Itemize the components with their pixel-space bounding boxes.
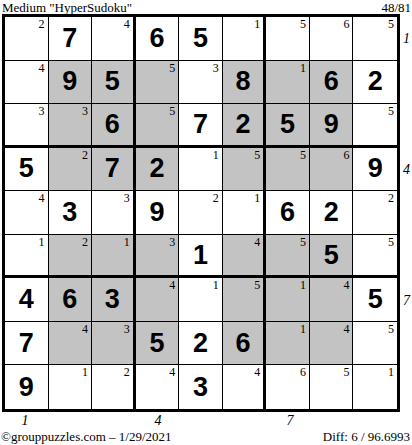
cell-r6c1[interactable]: 1 [5,235,49,279]
pencil-mark: 5 [169,62,175,75]
hypersudoku-page: Medium "HyperSudoku" 48/81 2746515654955… [0,0,412,445]
cell-value: 5 [193,25,208,52]
pencil-mark: 5 [300,236,306,249]
pencil-mark: 1 [213,149,219,162]
column-coordinate-4: 4 [155,413,162,429]
cell-value: 5 [368,286,383,313]
cell-r2c6[interactable]: 8 [223,61,267,105]
cell-r5c9[interactable]: 2 [353,191,397,235]
cell-r8c4[interactable]: 5 [136,322,180,366]
cell-r3c1[interactable]: 3 [5,104,49,148]
cell-value: 6 [62,286,77,313]
cell-r5c3[interactable]: 3 [92,191,136,235]
cell-value: 9 [368,155,383,182]
sudoku-board: 2746515654955381623365725955272155694339… [2,14,400,412]
cell-r5c6[interactable]: 1 [223,191,267,235]
cell-r4c1[interactable]: 5 [5,148,49,192]
pencil-mark: 4 [169,279,175,292]
cell-r5c5[interactable]: 2 [179,191,223,235]
cell-value: 7 [105,155,120,182]
cell-value: 6 [236,330,251,357]
pencil-mark: 4 [343,323,349,336]
pencil-mark: 4 [254,366,260,379]
cell-r2c2[interactable]: 9 [49,61,93,105]
row-coordinate-4: 4 [403,162,410,178]
cell-r1c7[interactable]: 5 [266,17,310,61]
cell-value: 5 [280,111,295,138]
cell-r8c8[interactable]: 4 [310,322,354,366]
pencil-mark: 4 [124,18,130,31]
cell-value: 3 [62,199,77,226]
cell-r2c1[interactable]: 4 [5,61,49,105]
cell-value: 6 [324,68,339,95]
cell-r7c9[interactable]: 5 [353,278,397,322]
cell-r2c4[interactable]: 5 [136,61,180,105]
copyright-date: ©grouppuzzles.com – 1/29/2021 [1,429,172,445]
cell-r7c7[interactable]: 1 [266,278,310,322]
cell-r6c5[interactable]: 1 [179,235,223,279]
cell-value: 5 [324,242,339,269]
cell-r6c3[interactable]: 1 [92,235,136,279]
pencil-mark: 5 [388,105,394,118]
pencil-mark: 3 [82,105,88,118]
cell-r8c5[interactable]: 2 [179,322,223,366]
cell-value: 6 [105,111,120,138]
pencil-mark: 1 [39,236,45,249]
pencil-mark: 5 [343,366,349,379]
cell-value: 7 [193,111,208,138]
cell-value: 3 [105,286,120,313]
cell-r4c7[interactable]: 5 [266,148,310,192]
pencil-mark: 1 [300,323,306,336]
pencil-mark: 3 [213,62,219,75]
cell-value: 9 [19,374,34,401]
cell-r3c9[interactable]: 5 [353,104,397,148]
pencil-mark: 1 [300,62,306,75]
pencil-mark: 5 [254,149,260,162]
cell-r7c8[interactable]: 4 [310,278,354,322]
cell-r2c3[interactable]: 5 [92,61,136,105]
cell-r9c9[interactable]: 1 [353,365,397,409]
column-coordinate-7: 7 [287,413,294,429]
cell-r7c2[interactable]: 6 [49,278,93,322]
pencil-mark: 3 [124,192,130,205]
pencil-mark: 6 [343,18,349,31]
pencil-mark: 3 [39,105,45,118]
pencil-mark: 4 [39,62,45,75]
cell-value: 9 [324,111,339,138]
cell-r4c8[interactable]: 6 [310,148,354,192]
cell-r9c6[interactable]: 4 [223,365,267,409]
cell-r7c5[interactable]: 1 [179,278,223,322]
pencil-mark: 5 [388,323,394,336]
pencil-mark: 4 [254,236,260,249]
cell-value: 2 [368,68,383,95]
cell-r1c5[interactable]: 5 [179,17,223,61]
pencil-mark: 2 [213,192,219,205]
pencil-mark: 6 [343,149,349,162]
cell-r4c3[interactable]: 7 [92,148,136,192]
row-coordinate-7: 7 [403,293,410,309]
cell-r4c6[interactable]: 5 [223,148,267,192]
pencil-mark: 5 [254,279,260,292]
pencil-mark: 1 [300,279,306,292]
cell-value: 2 [236,111,251,138]
cell-r6c7[interactable]: 5 [266,235,310,279]
cell-r4c5[interactable]: 1 [179,148,223,192]
cell-r2c8[interactable]: 6 [310,61,354,105]
cell-r5c1[interactable]: 4 [5,191,49,235]
cell-r6c8[interactable]: 5 [310,235,354,279]
pencil-mark: 1 [213,279,219,292]
row-coordinate-1: 1 [403,31,410,47]
pencil-mark: 2 [82,236,88,249]
cell-r9c4[interactable]: 4 [136,365,180,409]
cell-r6c9[interactable]: 5 [353,235,397,279]
pencil-mark: 6 [300,366,306,379]
pencil-mark: 5 [388,18,394,31]
cell-r2c7[interactable]: 1 [266,61,310,105]
cell-value: 3 [193,374,208,401]
cell-r5c2[interactable]: 3 [49,191,93,235]
cell-value: 6 [149,25,164,52]
cell-r8c3[interactable]: 3 [92,322,136,366]
pencil-mark: 2 [82,149,88,162]
cell-value: 2 [193,330,208,357]
cell-r7c1[interactable]: 4 [5,278,49,322]
pencil-mark: 2 [388,192,394,205]
pencil-mark: 5 [300,18,306,31]
cell-r6c2[interactable]: 2 [49,235,93,279]
cell-r4c2[interactable]: 2 [49,148,93,192]
cell-r2c5[interactable]: 3 [179,61,223,105]
cell-r3c7[interactable]: 5 [266,104,310,148]
cell-r3c3[interactable]: 6 [92,104,136,148]
cell-r1c1[interactable]: 2 [5,17,49,61]
cell-value: 7 [19,330,34,357]
cell-r3c2[interactable]: 3 [49,104,93,148]
cell-r7c6[interactable]: 5 [223,278,267,322]
pencil-mark: 1 [254,192,260,205]
pencil-mark: 3 [169,236,175,249]
pencil-mark: 5 [300,149,306,162]
pencil-mark: 1 [124,236,130,249]
cell-r9c8[interactable]: 5 [310,365,354,409]
cell-r7c3[interactable]: 3 [92,278,136,322]
cell-r5c4[interactable]: 9 [136,191,180,235]
cell-r9c2[interactable]: 1 [49,365,93,409]
cell-value: 1 [193,242,208,269]
cell-value: 5 [105,68,120,95]
cell-value: 7 [62,25,77,52]
cell-value: 6 [280,199,295,226]
cell-r1c3[interactable]: 4 [92,17,136,61]
cell-value: 2 [324,199,339,226]
cell-r8c2[interactable]: 4 [49,322,93,366]
cell-r6c6[interactable]: 4 [223,235,267,279]
cell-r3c4[interactable]: 5 [136,104,180,148]
pencil-mark: 4 [82,323,88,336]
cell-r9c7[interactable]: 6 [266,365,310,409]
cell-r1c4[interactable]: 6 [136,17,180,61]
cell-value: 8 [236,68,251,95]
pencil-mark: 4 [169,366,175,379]
pencil-mark: 5 [169,105,175,118]
cell-value: 9 [149,199,164,226]
cell-r1c2[interactable]: 7 [49,17,93,61]
cell-r1c8[interactable]: 6 [310,17,354,61]
pencil-mark: 1 [388,366,394,379]
cell-r5c7[interactable]: 6 [266,191,310,235]
cell-r8c1[interactable]: 7 [5,322,49,366]
pencil-mark: 3 [124,323,130,336]
cell-r6c4[interactable]: 3 [136,235,180,279]
cell-value: 5 [19,155,34,182]
cell-r4c4[interactable]: 2 [136,148,180,192]
cell-r5c8[interactable]: 2 [310,191,354,235]
cell-r3c5[interactable]: 7 [179,104,223,148]
cell-value: 2 [149,155,164,182]
pencil-mark: 1 [254,18,260,31]
pencil-mark: 4 [39,192,45,205]
cell-r3c8[interactable]: 9 [310,104,354,148]
cell-r3c6[interactable]: 2 [223,104,267,148]
pencil-mark: 4 [343,279,349,292]
cell-r8c6[interactable]: 6 [223,322,267,366]
cell-value: 4 [19,286,34,313]
pencil-mark: 5 [388,236,394,249]
pencil-mark: 1 [82,366,88,379]
cell-r4c9[interactable]: 9 [353,148,397,192]
cell-r2c9[interactable]: 2 [353,61,397,105]
cell-value: 5 [149,330,164,357]
cell-r8c9[interactable]: 5 [353,322,397,366]
cell-r9c3[interactable]: 2 [92,365,136,409]
cell-r7c4[interactable]: 4 [136,278,180,322]
cell-r9c1[interactable]: 9 [5,365,49,409]
cell-r8c7[interactable]: 1 [266,322,310,366]
pencil-mark: 2 [124,366,130,379]
cell-r1c6[interactable]: 1 [223,17,267,61]
cell-value: 9 [62,68,77,95]
cell-r1c9[interactable]: 5 [353,17,397,61]
pencil-mark: 2 [39,18,45,31]
difficulty-rating: Diff: 6 / 96.6993 [323,429,410,445]
cell-r9c5[interactable]: 3 [179,365,223,409]
column-coordinate-1: 1 [22,413,29,429]
